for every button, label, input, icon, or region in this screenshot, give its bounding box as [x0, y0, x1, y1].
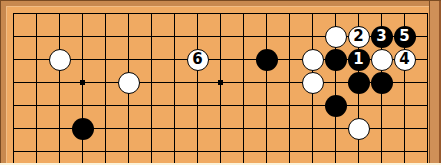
stone-black	[325, 49, 347, 71]
grid-line-horizontal	[13, 105, 428, 106]
stone-white	[118, 72, 140, 94]
stone-black	[348, 72, 370, 94]
stone-black	[72, 118, 94, 140]
stone-black	[371, 72, 393, 94]
star-point	[80, 80, 85, 85]
bottom-clip-strip	[0, 163, 441, 165]
move-number: 3	[376, 29, 386, 44]
diagram-page: 621354	[0, 0, 441, 165]
stone-white-move-6: 6	[187, 49, 209, 71]
board-edge-left-highlight	[6, 7, 7, 165]
move-number: 6	[192, 52, 202, 67]
stone-black	[325, 95, 347, 117]
stone-white	[325, 26, 347, 48]
board-edge-top-highlight	[0, 6, 441, 7]
stone-white	[302, 49, 324, 71]
move-number: 2	[353, 29, 363, 44]
move-number: 4	[399, 52, 409, 67]
stone-black	[256, 49, 278, 71]
stone-black-move-3: 3	[371, 26, 393, 48]
stone-white-move-4: 4	[394, 49, 416, 71]
star-point	[218, 80, 223, 85]
stone-black-move-5: 5	[394, 26, 416, 48]
stone-white	[348, 118, 370, 140]
move-number: 1	[353, 52, 363, 67]
board-edge-right-bevel	[430, 1, 439, 165]
move-number: 5	[399, 29, 409, 44]
stone-white	[49, 49, 71, 71]
grid-line-horizontal	[13, 151, 428, 152]
stone-white	[302, 72, 324, 94]
grid-line-horizontal	[13, 13, 428, 14]
stone-white-move-2: 2	[348, 26, 370, 48]
go-board: 621354	[0, 0, 441, 165]
stone-white	[371, 49, 393, 71]
stone-black-move-1: 1	[348, 49, 370, 71]
